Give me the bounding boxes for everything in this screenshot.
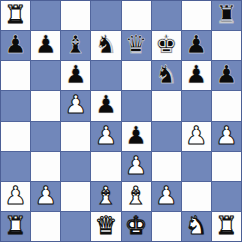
square-g6[interactable]: ♟ bbox=[182, 61, 211, 90]
square-f1[interactable] bbox=[152, 212, 181, 241]
square-b7[interactable]: ♟ bbox=[31, 31, 60, 60]
square-c2[interactable] bbox=[61, 182, 90, 211]
piece-white-knight: ♞ bbox=[185, 213, 207, 238]
square-a3[interactable] bbox=[1, 152, 30, 181]
square-d1[interactable]: ♛ bbox=[91, 212, 120, 241]
square-b6[interactable] bbox=[31, 61, 60, 90]
square-b4[interactable] bbox=[31, 122, 60, 151]
square-g1[interactable]: ♞ bbox=[182, 212, 211, 241]
piece-white-pawn: ♟ bbox=[125, 153, 147, 178]
square-h4[interactable]: ♟ bbox=[212, 122, 241, 151]
square-e3[interactable]: ♟ bbox=[122, 152, 151, 181]
square-f5[interactable] bbox=[152, 91, 181, 120]
square-g8[interactable] bbox=[182, 1, 211, 30]
square-g2[interactable] bbox=[182, 182, 211, 211]
square-f4[interactable] bbox=[152, 122, 181, 151]
square-c7[interactable]: ♝ bbox=[61, 31, 90, 60]
piece-black-pawn: ♟ bbox=[185, 62, 207, 87]
piece-black-king: ♚ bbox=[155, 32, 177, 57]
square-f8[interactable] bbox=[152, 1, 181, 30]
square-c4[interactable] bbox=[61, 122, 90, 151]
square-e6[interactable] bbox=[122, 61, 151, 90]
piece-white-pawn: ♟ bbox=[215, 123, 237, 148]
piece-black-pawn: ♟ bbox=[95, 92, 117, 117]
square-h7[interactable] bbox=[212, 31, 241, 60]
square-b8[interactable] bbox=[31, 1, 60, 30]
piece-white-pawn: ♟ bbox=[95, 123, 117, 148]
square-a6[interactable] bbox=[1, 61, 30, 90]
square-g5[interactable] bbox=[182, 91, 211, 120]
square-d5[interactable]: ♟ bbox=[91, 91, 120, 120]
square-g4[interactable]: ♟ bbox=[182, 122, 211, 151]
square-c8[interactable] bbox=[61, 1, 90, 30]
square-d2[interactable]: ♝ bbox=[91, 182, 120, 211]
square-e4[interactable]: ♟ bbox=[122, 122, 151, 151]
square-f7[interactable]: ♚ bbox=[152, 31, 181, 60]
piece-black-knight: ♞ bbox=[95, 32, 117, 57]
piece-white-bishop: ♝ bbox=[95, 183, 117, 208]
piece-white-king: ♚ bbox=[125, 213, 147, 238]
piece-white-pawn: ♟ bbox=[155, 183, 177, 208]
square-b2[interactable]: ♟ bbox=[31, 182, 60, 211]
piece-white-pawn: ♟ bbox=[65, 92, 87, 117]
piece-black-knight: ♞ bbox=[155, 62, 177, 87]
square-h1[interactable]: ♜ bbox=[212, 212, 241, 241]
piece-black-rook: ♜ bbox=[215, 2, 237, 27]
square-g3[interactable] bbox=[182, 152, 211, 181]
square-d4[interactable]: ♟ bbox=[91, 122, 120, 151]
square-a8[interactable]: ♜ bbox=[1, 1, 30, 30]
piece-black-pawn: ♟ bbox=[215, 62, 237, 87]
square-d6[interactable] bbox=[91, 61, 120, 90]
square-d3[interactable] bbox=[91, 152, 120, 181]
square-f2[interactable]: ♟ bbox=[152, 182, 181, 211]
square-h2[interactable] bbox=[212, 182, 241, 211]
square-h6[interactable]: ♟ bbox=[212, 61, 241, 90]
square-b5[interactable] bbox=[31, 91, 60, 120]
square-a2[interactable]: ♟ bbox=[1, 182, 30, 211]
piece-black-bishop: ♝ bbox=[65, 32, 87, 57]
square-b3[interactable] bbox=[31, 152, 60, 181]
square-a5[interactable] bbox=[1, 91, 30, 120]
square-h8[interactable]: ♜ bbox=[212, 1, 241, 30]
piece-white-rook: ♜ bbox=[4, 213, 26, 238]
square-a1[interactable]: ♜ bbox=[1, 212, 30, 241]
square-e5[interactable] bbox=[122, 91, 151, 120]
piece-white-bishop: ♝ bbox=[125, 183, 147, 208]
square-d8[interactable] bbox=[91, 1, 120, 30]
piece-white-pawn: ♟ bbox=[34, 183, 56, 208]
piece-white-pawn: ♟ bbox=[185, 123, 207, 148]
piece-black-pawn: ♟ bbox=[34, 32, 56, 57]
square-f3[interactable] bbox=[152, 152, 181, 181]
piece-white-queen: ♛ bbox=[95, 213, 117, 238]
square-b1[interactable] bbox=[31, 212, 60, 241]
square-g7[interactable]: ♟ bbox=[182, 31, 211, 60]
piece-black-queen: ♛ bbox=[125, 32, 147, 57]
square-e1[interactable]: ♚ bbox=[122, 212, 151, 241]
square-a7[interactable]: ♟ bbox=[1, 31, 30, 60]
square-f6[interactable]: ♞ bbox=[152, 61, 181, 90]
square-c3[interactable] bbox=[61, 152, 90, 181]
square-e8[interactable] bbox=[122, 1, 151, 30]
piece-black-pawn: ♟ bbox=[4, 32, 26, 57]
piece-black-pawn: ♟ bbox=[185, 32, 207, 57]
square-c6[interactable]: ♟ bbox=[61, 61, 90, 90]
piece-white-rook: ♜ bbox=[215, 213, 237, 238]
square-c5[interactable]: ♟ bbox=[61, 91, 90, 120]
square-h3[interactable] bbox=[212, 152, 241, 181]
piece-black-pawn: ♟ bbox=[125, 123, 147, 148]
square-e2[interactable]: ♝ bbox=[122, 182, 151, 211]
square-c1[interactable] bbox=[61, 212, 90, 241]
piece-black-pawn: ♟ bbox=[65, 62, 87, 87]
piece-white-pawn: ♟ bbox=[4, 183, 26, 208]
chess-board: ♜♜♟♟♝♞♛♚♟♟♞♟♟♟♟♟♟♟♟♟♟♟♝♝♟♜♛♚♞♜ bbox=[0, 0, 242, 242]
square-e7[interactable]: ♛ bbox=[122, 31, 151, 60]
piece-white-rook: ♜ bbox=[4, 2, 26, 27]
square-a4[interactable] bbox=[1, 122, 30, 151]
square-d7[interactable]: ♞ bbox=[91, 31, 120, 60]
square-h5[interactable] bbox=[212, 91, 241, 120]
